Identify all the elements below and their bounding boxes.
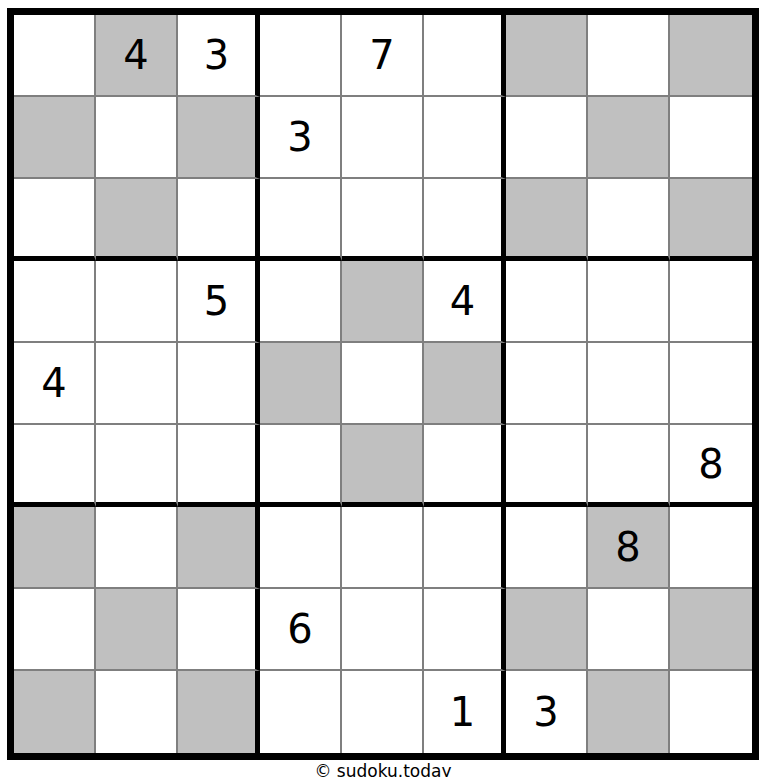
cell-r6c5[interactable]	[342, 425, 424, 507]
cell-r1c2[interactable]: 4	[96, 15, 178, 97]
cell-r8c9[interactable]	[670, 589, 752, 671]
cell-r1c4[interactable]	[260, 15, 342, 97]
cell-r7c5[interactable]	[342, 507, 424, 589]
cell-r6c2[interactable]	[96, 425, 178, 507]
cell-r3c4[interactable]	[260, 179, 342, 261]
cell-r5c1[interactable]: 4	[14, 343, 96, 425]
cell-r7c8[interactable]: 8	[588, 507, 670, 589]
cell-r9c6[interactable]: 1	[424, 671, 506, 753]
cell-r5c4[interactable]	[260, 343, 342, 425]
cell-r8c5[interactable]	[342, 589, 424, 671]
cell-r8c8[interactable]	[588, 589, 670, 671]
cell-r2c9[interactable]	[670, 97, 752, 179]
cell-r2c2[interactable]	[96, 97, 178, 179]
cell-r7c6[interactable]	[424, 507, 506, 589]
cell-r4c8[interactable]	[588, 261, 670, 343]
cell-r2c5[interactable]	[342, 97, 424, 179]
cell-r3c5[interactable]	[342, 179, 424, 261]
sudoku-board: 437354488613	[7, 8, 759, 760]
cell-r7c7[interactable]	[506, 507, 588, 589]
cell-r6c8[interactable]	[588, 425, 670, 507]
cell-r1c1[interactable]	[14, 15, 96, 97]
credit-text: © sudoku.today	[7, 761, 759, 777]
cell-r5c2[interactable]	[96, 343, 178, 425]
cell-r6c4[interactable]	[260, 425, 342, 507]
cell-r2c6[interactable]	[424, 97, 506, 179]
cell-r9c3[interactable]	[178, 671, 260, 753]
sudoku-page: 437354488613 © sudoku.today	[0, 0, 767, 777]
cell-r6c1[interactable]	[14, 425, 96, 507]
cell-r4c5[interactable]	[342, 261, 424, 343]
cell-r7c1[interactable]	[14, 507, 96, 589]
cell-r1c5[interactable]: 7	[342, 15, 424, 97]
cell-r8c2[interactable]	[96, 589, 178, 671]
cell-r3c2[interactable]	[96, 179, 178, 261]
cell-r2c7[interactable]	[506, 97, 588, 179]
cell-r4c3[interactable]: 5	[178, 261, 260, 343]
cell-r1c7[interactable]	[506, 15, 588, 97]
cell-r7c2[interactable]	[96, 507, 178, 589]
cell-r7c3[interactable]	[178, 507, 260, 589]
cell-r1c3[interactable]: 3	[178, 15, 260, 97]
cell-r8c6[interactable]	[424, 589, 506, 671]
cell-r2c4[interactable]: 3	[260, 97, 342, 179]
cell-r4c6[interactable]: 4	[424, 261, 506, 343]
cell-r5c5[interactable]	[342, 343, 424, 425]
cell-r6c7[interactable]	[506, 425, 588, 507]
cell-r5c3[interactable]	[178, 343, 260, 425]
cell-r3c6[interactable]	[424, 179, 506, 261]
cell-r6c3[interactable]	[178, 425, 260, 507]
cell-r6c6[interactable]	[424, 425, 506, 507]
cell-r4c7[interactable]	[506, 261, 588, 343]
cell-r1c8[interactable]	[588, 15, 670, 97]
cell-r3c1[interactable]	[14, 179, 96, 261]
cell-r9c5[interactable]	[342, 671, 424, 753]
cell-r5c8[interactable]	[588, 343, 670, 425]
cell-r2c8[interactable]	[588, 97, 670, 179]
cell-r3c8[interactable]	[588, 179, 670, 261]
cell-r4c4[interactable]	[260, 261, 342, 343]
cell-r5c6[interactable]	[424, 343, 506, 425]
cell-r5c9[interactable]	[670, 343, 752, 425]
cell-r2c1[interactable]	[14, 97, 96, 179]
cell-r9c4[interactable]	[260, 671, 342, 753]
cell-r3c3[interactable]	[178, 179, 260, 261]
cell-r9c7[interactable]: 3	[506, 671, 588, 753]
cell-r4c9[interactable]	[670, 261, 752, 343]
cell-r8c3[interactable]	[178, 589, 260, 671]
cell-r9c1[interactable]	[14, 671, 96, 753]
cell-r3c9[interactable]	[670, 179, 752, 261]
cell-r4c2[interactable]	[96, 261, 178, 343]
cell-r2c3[interactable]	[178, 97, 260, 179]
cell-r7c9[interactable]	[670, 507, 752, 589]
cell-r8c4[interactable]: 6	[260, 589, 342, 671]
cell-r7c4[interactable]	[260, 507, 342, 589]
cell-r9c2[interactable]	[96, 671, 178, 753]
cell-r8c1[interactable]	[14, 589, 96, 671]
cell-r6c9[interactable]: 8	[670, 425, 752, 507]
cell-r4c1[interactable]	[14, 261, 96, 343]
cell-r9c8[interactable]	[588, 671, 670, 753]
cell-r5c7[interactable]	[506, 343, 588, 425]
cell-r1c6[interactable]	[424, 15, 506, 97]
cell-r3c7[interactable]	[506, 179, 588, 261]
cell-r1c9[interactable]	[670, 15, 752, 97]
cell-r8c7[interactable]	[506, 589, 588, 671]
cell-r9c9[interactable]	[670, 671, 752, 753]
